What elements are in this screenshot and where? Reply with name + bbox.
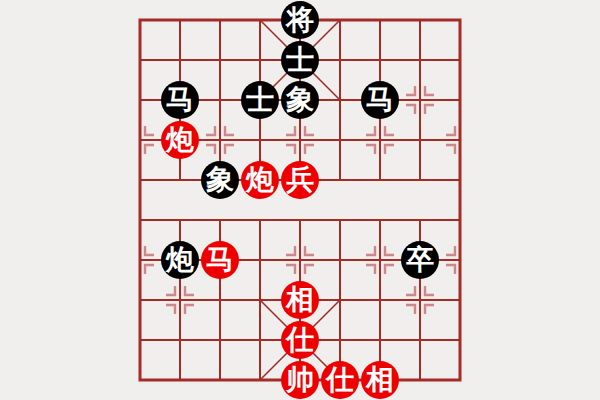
piece-black-cannon-1[interactable]: 炮 [161,241,199,279]
piece-black-advisor-1[interactable]: 士 [281,41,319,79]
piece-black-horse-2[interactable]: 马 [361,81,399,119]
xiangqi-board: 将士马士象马炮象炮兵炮马卒相仕帅仕相 [0,0,600,400]
piece-black-pawn-1[interactable]: 卒 [401,241,439,279]
piece-red-horse-1[interactable]: 马 [201,241,239,279]
piece-black-elephant-2[interactable]: 象 [201,161,239,199]
piece-black-horse-1[interactable]: 马 [161,81,199,119]
piece-black-general[interactable]: 将 [281,1,319,39]
piece-red-general[interactable]: 帅 [281,361,319,399]
piece-layer: 将士马士象马炮象炮兵炮马卒相仕帅仕相 [120,0,480,400]
piece-red-cannon-1[interactable]: 炮 [161,121,199,159]
piece-red-elephant-1[interactable]: 相 [281,281,319,319]
piece-black-advisor-2[interactable]: 士 [241,81,279,119]
piece-red-advisor-1[interactable]: 仕 [281,321,319,359]
piece-black-elephant-1[interactable]: 象 [281,81,319,119]
piece-red-elephant-2[interactable]: 相 [361,361,399,399]
piece-red-advisor-2[interactable]: 仕 [321,361,359,399]
piece-red-cannon-2[interactable]: 炮 [241,161,279,199]
piece-red-pawn-1[interactable]: 兵 [281,161,319,199]
